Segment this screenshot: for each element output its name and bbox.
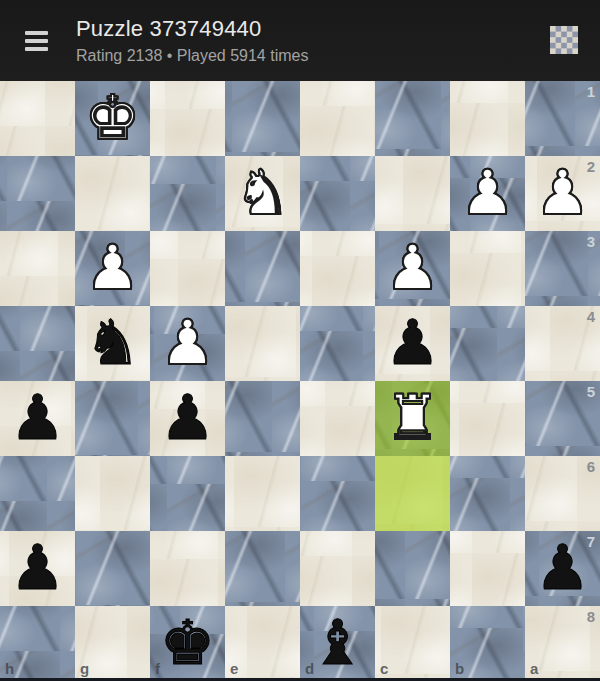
square-h2[interactable] xyxy=(0,156,75,231)
square-d2[interactable] xyxy=(300,156,375,231)
menu-icon[interactable] xyxy=(25,27,48,55)
square-b7[interactable] xyxy=(450,531,525,606)
page-title: Puzzle 373749440 xyxy=(76,16,308,42)
chess-board: ♚1♞♟♟2♟♟3♞♟♟4♟♟♜56♟♟7hg♚fe♝dcb8a xyxy=(0,81,600,681)
square-e6[interactable] xyxy=(225,456,300,531)
square-h1[interactable] xyxy=(0,81,75,156)
white-pawn[interactable]: ♟ xyxy=(450,156,525,231)
square-f6[interactable] xyxy=(150,456,225,531)
square-c3[interactable]: ♟ xyxy=(375,231,450,306)
file-label-e: e xyxy=(230,660,238,677)
square-f7[interactable] xyxy=(150,531,225,606)
white-pawn[interactable]: ♟ xyxy=(375,231,450,306)
square-d1[interactable] xyxy=(300,81,375,156)
black-bishop[interactable]: ♝ xyxy=(300,606,375,681)
square-b8[interactable]: b xyxy=(450,606,525,681)
square-a3[interactable]: 3 xyxy=(525,231,600,306)
square-b1[interactable] xyxy=(450,81,525,156)
square-e7[interactable] xyxy=(225,531,300,606)
rank-label-5: 5 xyxy=(587,383,595,400)
rank-label-4: 4 xyxy=(587,308,595,325)
black-pawn[interactable]: ♟ xyxy=(0,531,75,606)
square-f2[interactable] xyxy=(150,156,225,231)
white-knight[interactable]: ♞ xyxy=(225,156,300,231)
black-pawn[interactable]: ♟ xyxy=(525,531,600,606)
file-label-a: a xyxy=(530,660,538,677)
square-f8[interactable]: ♚f xyxy=(150,606,225,681)
mini-chessboard-icon[interactable] xyxy=(550,26,578,54)
square-c2[interactable] xyxy=(375,156,450,231)
square-h3[interactable] xyxy=(0,231,75,306)
black-knight[interactable]: ♞ xyxy=(75,306,150,381)
square-b5[interactable] xyxy=(450,381,525,456)
file-label-g: g xyxy=(80,660,89,677)
square-g2[interactable] xyxy=(75,156,150,231)
square-g7[interactable] xyxy=(75,531,150,606)
square-c6[interactable] xyxy=(375,456,450,531)
square-f4[interactable]: ♟ xyxy=(150,306,225,381)
square-d3[interactable] xyxy=(300,231,375,306)
square-h5[interactable]: ♟ xyxy=(0,381,75,456)
square-d5[interactable] xyxy=(300,381,375,456)
square-g8[interactable]: g xyxy=(75,606,150,681)
square-f3[interactable] xyxy=(150,231,225,306)
square-c4[interactable]: ♟ xyxy=(375,306,450,381)
square-d4[interactable] xyxy=(300,306,375,381)
rank-label-3: 3 xyxy=(587,233,595,250)
square-b3[interactable] xyxy=(450,231,525,306)
square-b4[interactable] xyxy=(450,306,525,381)
square-e4[interactable] xyxy=(225,306,300,381)
square-a1[interactable]: 1 xyxy=(525,81,600,156)
square-e1[interactable] xyxy=(225,81,300,156)
black-king[interactable]: ♚ xyxy=(150,606,225,681)
square-b6[interactable] xyxy=(450,456,525,531)
square-e5[interactable] xyxy=(225,381,300,456)
square-d7[interactable] xyxy=(300,531,375,606)
file-label-b: b xyxy=(455,660,464,677)
square-a6[interactable]: 6 xyxy=(525,456,600,531)
square-h6[interactable] xyxy=(0,456,75,531)
square-h7[interactable]: ♟ xyxy=(0,531,75,606)
square-h4[interactable] xyxy=(0,306,75,381)
square-a7[interactable]: ♟7 xyxy=(525,531,600,606)
square-a2[interactable]: ♟2 xyxy=(525,156,600,231)
white-pawn[interactable]: ♟ xyxy=(75,231,150,306)
square-f5[interactable]: ♟ xyxy=(150,381,225,456)
square-f1[interactable] xyxy=(150,81,225,156)
square-g4[interactable]: ♞ xyxy=(75,306,150,381)
file-label-h: h xyxy=(5,660,14,677)
white-rook[interactable]: ♜ xyxy=(375,381,450,456)
file-label-c: c xyxy=(380,660,388,677)
square-c1[interactable] xyxy=(375,81,450,156)
black-pawn[interactable]: ♟ xyxy=(150,381,225,456)
square-g5[interactable] xyxy=(75,381,150,456)
white-king[interactable]: ♚ xyxy=(75,81,150,156)
square-c7[interactable] xyxy=(375,531,450,606)
header-titles: Puzzle 373749440 Rating 2138 • Played 59… xyxy=(76,16,308,65)
rank-label-6: 6 xyxy=(587,458,595,475)
puzzle-stats: Rating 2138 • Played 5914 times xyxy=(76,47,308,65)
square-c5[interactable]: ♜ xyxy=(375,381,450,456)
square-g1[interactable]: ♚ xyxy=(75,81,150,156)
square-e8[interactable]: e xyxy=(225,606,300,681)
square-e2[interactable]: ♞ xyxy=(225,156,300,231)
black-pawn[interactable]: ♟ xyxy=(375,306,450,381)
square-g3[interactable]: ♟ xyxy=(75,231,150,306)
square-a8[interactable]: 8a xyxy=(525,606,600,681)
square-a5[interactable]: 5 xyxy=(525,381,600,456)
square-e3[interactable] xyxy=(225,231,300,306)
square-g6[interactable] xyxy=(75,456,150,531)
square-a4[interactable]: 4 xyxy=(525,306,600,381)
rank-label-8: 8 xyxy=(587,608,595,625)
header-bar: Puzzle 373749440 Rating 2138 • Played 59… xyxy=(0,0,600,81)
black-pawn[interactable]: ♟ xyxy=(0,381,75,456)
white-pawn[interactable]: ♟ xyxy=(150,306,225,381)
square-b2[interactable]: ♟ xyxy=(450,156,525,231)
white-pawn[interactable]: ♟ xyxy=(525,156,600,231)
rank-label-1: 1 xyxy=(587,83,595,100)
square-d8[interactable]: ♝d xyxy=(300,606,375,681)
square-c8[interactable]: c xyxy=(375,606,450,681)
square-h8[interactable]: h xyxy=(0,606,75,681)
square-d6[interactable] xyxy=(300,456,375,531)
